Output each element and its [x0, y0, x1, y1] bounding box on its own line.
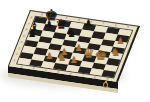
file-label-bottom-a: a — [20, 65, 23, 68]
piece-white-q-f3[interactable]: ♛ — [83, 48, 95, 61]
rank-label-right-2: 2 — [119, 68, 122, 71]
product-photo-scene: aabbccddeeffgghh8877665544332211 ♚♟♟♛♝♞♟… — [0, 0, 150, 102]
rank-label-right-6: 6 — [129, 44, 132, 47]
file-label-top-a: a — [41, 13, 44, 16]
piece-white-p-e4[interactable]: ♟ — [75, 43, 83, 52]
piece-black-p-b7[interactable]: ♟ — [45, 20, 53, 29]
piece-black-p-e8[interactable]: ♟ — [84, 19, 92, 28]
rank-label-left-2: 2 — [15, 53, 18, 56]
rank-label-left-5: 5 — [22, 35, 25, 38]
file-label-bottom-g: g — [94, 76, 97, 79]
file-label-top-h: h — [126, 26, 129, 29]
file-label-top-d: d — [77, 19, 80, 22]
piece-black-p-a5[interactable]: ♟ — [28, 30, 36, 39]
file-label-bottom-b: b — [32, 67, 35, 70]
rank-label-right-4: 4 — [124, 56, 127, 59]
rank-label-left-3: 3 — [18, 47, 21, 50]
piece-white-p-e2[interactable]: ♟ — [70, 55, 78, 64]
rank-label-left-8: 8 — [29, 17, 32, 20]
rank-label-left-1: 1 — [13, 59, 16, 62]
file-label-top-g: g — [114, 24, 117, 27]
piece-white-n-h4[interactable]: ♞ — [110, 47, 120, 58]
file-label-top-f: f — [102, 22, 104, 25]
piece-white-p-h6[interactable]: ♟ — [116, 37, 124, 46]
file-label-bottom-f: f — [82, 74, 84, 77]
rank-label-right-8: 8 — [133, 32, 136, 35]
rank-label-right-1: 1 — [117, 74, 120, 77]
rank-label-right-5: 5 — [126, 50, 129, 53]
rank-label-right-3: 3 — [122, 62, 125, 65]
piece-black-n-d6[interactable]: ♞ — [66, 28, 76, 39]
piece-white-p-c2[interactable]: ♟ — [45, 52, 53, 61]
clasp-ring-icon — [103, 82, 108, 88]
file-label-bottom-d: d — [57, 71, 60, 74]
file-label-bottom-c: c — [45, 69, 48, 72]
rank-label-left-4: 4 — [20, 41, 23, 44]
rank-label-right-7: 7 — [131, 38, 134, 41]
piece-white-n-d2[interactable]: ♞ — [57, 52, 67, 63]
piece-white-k-g3[interactable]: ♚ — [94, 48, 107, 62]
file-label-bottom-e: e — [69, 73, 72, 76]
